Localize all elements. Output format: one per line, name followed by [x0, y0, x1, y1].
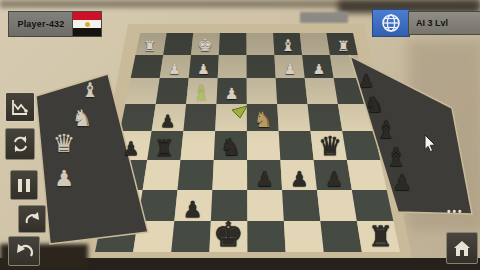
piece-white-bishop-c1[interactable]: ♝ — [281, 38, 295, 54]
piece-white-pawn-e3[interactable]: ♟ — [225, 87, 239, 102]
piece-black-pawn-g4[interactable]: ♟ — [160, 113, 175, 130]
piece-white-king-f1[interactable]: ♚ — [197, 37, 213, 54]
home-icon — [453, 240, 471, 257]
piece-layer: ♜♚♝♜♟♟♟♟♟♞♟♟♜♞♛♟♟♟♟♚♜♝ — [0, 0, 480, 270]
undo-button[interactable] — [8, 236, 40, 266]
pause-button[interactable] — [10, 170, 38, 200]
player-name-bar: Player-432 — [8, 11, 74, 37]
last-move-ghost-piece[interactable]: ♝ — [192, 83, 210, 103]
piece-black-pawn-d6[interactable]: ♟ — [255, 169, 273, 189]
mouse-cursor — [424, 135, 436, 153]
redo-arrow-icon — [24, 211, 41, 227]
piece-black-pawn-b6[interactable]: ♟ — [325, 169, 343, 189]
piece-black-rook-a8[interactable]: ♜ — [368, 223, 393, 251]
piece-black-king-e8[interactable]: ♚ — [213, 217, 244, 251]
flip-board-button[interactable] — [5, 128, 35, 160]
flag-black-stripe — [73, 28, 101, 36]
piece-white-knight-d4[interactable]: ♞ — [253, 109, 272, 130]
piece-white-pawn-b2[interactable]: ♟ — [313, 63, 325, 77]
redo-button[interactable] — [18, 205, 46, 233]
piece-white-pawn-f2[interactable]: ♟ — [197, 63, 209, 77]
home-button[interactable] — [446, 232, 478, 264]
piece-white-rook-h1[interactable]: ♜ — [143, 39, 156, 53]
more-options-dots[interactable]: ••• — [447, 206, 464, 217]
piece-black-knight-e5[interactable]: ♞ — [220, 136, 241, 160]
piece-black-queen-b5[interactable]: ♛ — [318, 133, 342, 159]
stats-button[interactable] — [5, 92, 35, 122]
egypt-flag — [72, 11, 102, 37]
move-arrow-icon — [231, 105, 249, 120]
piece-white-pawn-c2[interactable]: ♟ — [284, 63, 296, 77]
piece-white-pawn-g2[interactable]: ♟ — [168, 63, 180, 77]
piece-black-pawn-c6[interactable]: ♟ — [290, 169, 308, 189]
flag-eagle-emblem — [85, 22, 90, 27]
flag-red-stripe — [73, 12, 101, 20]
pause-icon — [18, 179, 30, 192]
undo-arrow-icon — [15, 243, 34, 260]
piece-black-pawn-h5[interactable]: ♟ — [122, 140, 139, 159]
globe-icon — [381, 13, 401, 33]
globe-badge — [372, 9, 410, 37]
ai-name-bar: AI 3 Lvl — [408, 11, 480, 35]
piece-white-rook-a1[interactable]: ♜ — [337, 39, 350, 53]
piece-black-pawn-f7[interactable]: ♟ — [183, 198, 203, 220]
stats-chart-icon — [11, 98, 29, 116]
flip-rotate-icon — [11, 134, 30, 154]
player-name: Player-432 — [17, 19, 64, 29]
piece-black-rook-g5[interactable]: ♜ — [154, 137, 174, 159]
flag-white-stripe — [73, 20, 101, 28]
ai-level-label: AI 3 Lvl — [416, 18, 448, 28]
